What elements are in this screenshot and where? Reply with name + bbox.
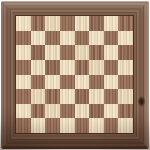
- square-e1[interactable]: [75, 118, 90, 133]
- square-b4[interactable]: [31, 75, 46, 90]
- square-b8[interactable]: [31, 16, 46, 31]
- square-c5[interactable]: [45, 60, 60, 75]
- square-b7[interactable]: [31, 31, 46, 46]
- square-a7[interactable]: [16, 31, 31, 46]
- square-g4[interactable]: [104, 75, 119, 90]
- square-f4[interactable]: [89, 75, 104, 90]
- square-h6[interactable]: [118, 45, 133, 60]
- square-h2[interactable]: [118, 104, 133, 119]
- square-e8[interactable]: [75, 16, 90, 31]
- square-e6[interactable]: [75, 45, 90, 60]
- square-a8[interactable]: [16, 16, 31, 31]
- square-h7[interactable]: [118, 31, 133, 46]
- square-f7[interactable]: [89, 31, 104, 46]
- square-b2[interactable]: [31, 104, 46, 119]
- square-c6[interactable]: [45, 45, 60, 60]
- square-b6[interactable]: [31, 45, 46, 60]
- square-e7[interactable]: [75, 31, 90, 46]
- board-frame-left-rail: [1, 1, 15, 149]
- wood-knot: [136, 94, 147, 109]
- square-f3[interactable]: [89, 89, 104, 104]
- square-d6[interactable]: [60, 45, 75, 60]
- chess-board: [15, 15, 134, 134]
- square-h4[interactable]: [118, 75, 133, 90]
- square-e4[interactable]: [75, 75, 90, 90]
- square-g2[interactable]: [104, 104, 119, 119]
- square-h8[interactable]: [118, 16, 133, 31]
- square-a5[interactable]: [16, 60, 31, 75]
- square-g8[interactable]: [104, 16, 119, 31]
- square-e3[interactable]: [75, 89, 90, 104]
- square-f2[interactable]: [89, 104, 104, 119]
- square-d3[interactable]: [60, 89, 75, 104]
- square-d4[interactable]: [60, 75, 75, 90]
- square-d8[interactable]: [60, 16, 75, 31]
- square-g3[interactable]: [104, 89, 119, 104]
- square-f8[interactable]: [89, 16, 104, 31]
- square-a4[interactable]: [16, 75, 31, 90]
- board-frame-top-rail: [1, 1, 149, 15]
- square-b5[interactable]: [31, 60, 46, 75]
- square-a6[interactable]: [16, 45, 31, 60]
- square-c1[interactable]: [45, 118, 60, 133]
- board-frame-right-rail: [134, 1, 149, 149]
- square-e2[interactable]: [75, 104, 90, 119]
- square-c7[interactable]: [45, 31, 60, 46]
- square-c8[interactable]: [45, 16, 60, 31]
- square-h3[interactable]: [118, 89, 133, 104]
- square-d5[interactable]: [60, 60, 75, 75]
- square-c4[interactable]: [45, 75, 60, 90]
- square-c2[interactable]: [45, 104, 60, 119]
- square-b1[interactable]: [31, 118, 46, 133]
- square-g5[interactable]: [104, 60, 119, 75]
- chessboard-photo: [0, 0, 150, 150]
- square-a2[interactable]: [16, 104, 31, 119]
- square-c3[interactable]: [45, 89, 60, 104]
- square-g7[interactable]: [104, 31, 119, 46]
- square-a1[interactable]: [16, 118, 31, 133]
- square-b3[interactable]: [31, 89, 46, 104]
- square-f1[interactable]: [89, 118, 104, 133]
- board-frame-bottom-rail: [1, 134, 149, 149]
- square-g6[interactable]: [104, 45, 119, 60]
- square-a3[interactable]: [16, 89, 31, 104]
- square-h5[interactable]: [118, 60, 133, 75]
- square-h1[interactable]: [118, 118, 133, 133]
- square-d2[interactable]: [60, 104, 75, 119]
- square-g1[interactable]: [104, 118, 119, 133]
- square-e5[interactable]: [75, 60, 90, 75]
- square-f5[interactable]: [89, 60, 104, 75]
- square-f6[interactable]: [89, 45, 104, 60]
- square-d7[interactable]: [60, 31, 75, 46]
- square-d1[interactable]: [60, 118, 75, 133]
